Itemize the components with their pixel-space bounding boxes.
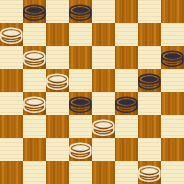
light-square: [46, 138, 69, 161]
dark-square-2[interactable]: ⛂: [69, 0, 92, 23]
dark-square-26[interactable]: ⛂: [69, 138, 92, 161]
black-man-piece[interactable]: ⛂: [69, 0, 92, 22]
dark-square-10[interactable]: [69, 46, 92, 69]
light-square: [23, 161, 46, 184]
dark-square-9[interactable]: ⛂: [23, 46, 46, 69]
black-man-piece[interactable]: ⛂: [115, 91, 138, 114]
light-square: [23, 115, 46, 138]
dark-square-22[interactable]: [46, 115, 69, 138]
light-square: [69, 161, 92, 184]
dark-square-28[interactable]: [161, 138, 184, 161]
black-man-piece[interactable]: ⛂: [138, 68, 161, 91]
white-man-piece[interactable]: ⛂: [138, 160, 161, 183]
light-square: [92, 0, 115, 23]
dark-square-14[interactable]: ⛂: [46, 69, 69, 92]
dark-square-20[interactable]: [161, 92, 184, 115]
dark-square-7[interactable]: [92, 23, 115, 46]
black-man-piece[interactable]: ⛂: [23, 0, 46, 22]
light-square: [46, 92, 69, 115]
dark-square-24[interactable]: [138, 115, 161, 138]
light-square: [115, 23, 138, 46]
dark-square-23[interactable]: ⛂: [92, 115, 115, 138]
white-man-piece[interactable]: ⛂: [69, 137, 92, 160]
dark-square-3[interactable]: [115, 0, 138, 23]
light-square: [0, 92, 23, 115]
light-square: [69, 23, 92, 46]
dark-square-4[interactable]: [161, 0, 184, 23]
light-square: [92, 46, 115, 69]
white-man-piece[interactable]: ⛂: [92, 114, 115, 137]
light-square: [46, 0, 69, 23]
dark-square-1[interactable]: ⛂: [23, 0, 46, 23]
dark-square-12[interactable]: ⛂: [161, 46, 184, 69]
dark-square-27[interactable]: [115, 138, 138, 161]
dark-square-31[interactable]: [92, 161, 115, 184]
dark-square-13[interactable]: [0, 69, 23, 92]
black-man-piece[interactable]: ⛂: [161, 45, 184, 68]
light-square: [161, 115, 184, 138]
dark-square-29[interactable]: [0, 161, 23, 184]
dark-square-21[interactable]: [0, 115, 23, 138]
dark-square-5[interactable]: ⛂: [0, 23, 23, 46]
dark-square-19[interactable]: ⛂: [115, 92, 138, 115]
light-square: [115, 161, 138, 184]
white-man-piece[interactable]: ⛂: [23, 45, 46, 68]
light-square: [161, 69, 184, 92]
dark-square-6[interactable]: [46, 23, 69, 46]
black-man-piece[interactable]: ⛂: [69, 91, 92, 114]
dark-square-30[interactable]: [46, 161, 69, 184]
light-square: [0, 138, 23, 161]
light-square: [161, 161, 184, 184]
white-man-piece[interactable]: ⛂: [46, 68, 69, 91]
dark-square-8[interactable]: [138, 23, 161, 46]
light-square: [0, 46, 23, 69]
dark-square-18[interactable]: ⛂: [69, 92, 92, 115]
light-square: [138, 0, 161, 23]
dark-square-25[interactable]: [23, 138, 46, 161]
white-man-piece[interactable]: ⛂: [23, 91, 46, 114]
dark-square-16[interactable]: ⛂: [138, 69, 161, 92]
dark-square-15[interactable]: [92, 69, 115, 92]
dark-square-32[interactable]: ⛂: [138, 161, 161, 184]
dark-square-11[interactable]: [115, 46, 138, 69]
light-square: [115, 115, 138, 138]
light-square: [138, 92, 161, 115]
dark-square-17[interactable]: ⛂: [23, 92, 46, 115]
checkers-board: ⛂⛂⛂⛂⛂⛂⛂⛂⛂⛂⛂⛂⛂: [0, 0, 184, 184]
white-man-piece[interactable]: ⛂: [0, 22, 23, 45]
light-square: [92, 138, 115, 161]
